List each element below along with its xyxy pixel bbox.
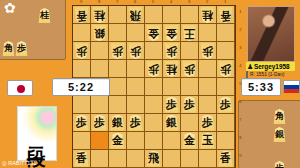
gote-hand-piece-歩[interactable]: 歩 bbox=[15, 41, 28, 56]
left-player-rank: 二段 bbox=[24, 133, 50, 135]
square-8f[interactable] bbox=[91, 96, 109, 114]
square-5a[interactable] bbox=[145, 6, 163, 24]
piece-歩-4c[interactable]: 歩 bbox=[164, 43, 179, 59]
gote-hand-piece-角[interactable]: 角 bbox=[2, 41, 15, 56]
square-6e[interactable] bbox=[127, 78, 145, 96]
square-2f[interactable] bbox=[199, 96, 217, 114]
piece-銀-7g[interactable]: 銀 bbox=[110, 115, 125, 131]
square-6a[interactable]: 飛 bbox=[127, 6, 145, 24]
file-label-4: 4 bbox=[167, 0, 176, 4]
square-9f[interactable] bbox=[73, 96, 91, 114]
square-1i[interactable]: 香 bbox=[217, 150, 235, 168]
square-1c[interactable] bbox=[217, 42, 235, 60]
gote-captured-tray: ✿ 桂角歩 bbox=[0, 0, 66, 60]
piece-香-9a[interactable]: 香 bbox=[74, 7, 89, 23]
square-8d[interactable] bbox=[91, 60, 109, 78]
right-player-name-bar[interactable]: ♟ Sergey1958 bbox=[246, 62, 295, 71]
left-player-clock: 5:22 bbox=[52, 78, 110, 96]
sente-hand-piece-角[interactable]: 角 bbox=[273, 109, 286, 124]
sente-hand-piece-歩[interactable]: 歩 bbox=[273, 161, 286, 168]
square-7e[interactable] bbox=[109, 78, 127, 96]
square-5f[interactable] bbox=[145, 96, 163, 114]
square-7g[interactable]: 銀 bbox=[109, 114, 127, 132]
piece-歩-1d[interactable]: 歩 bbox=[218, 61, 233, 77]
piece-玉-2h[interactable]: 玉 bbox=[200, 133, 215, 149]
piece-桂-4d[interactable]: 桂 bbox=[164, 61, 179, 77]
piece-歩-9g[interactable]: 歩 bbox=[74, 115, 89, 131]
square-1d[interactable]: 歩 bbox=[217, 60, 235, 78]
square-8g[interactable]: 歩 bbox=[91, 114, 109, 132]
right-player-name: Sergey1958 bbox=[254, 63, 290, 70]
flower-icon[interactable]: ✿ bbox=[4, 1, 16, 15]
square-6g[interactable]: 歩 bbox=[127, 114, 145, 132]
square-7i[interactable] bbox=[109, 150, 127, 168]
square-5c[interactable] bbox=[145, 42, 163, 60]
rank-label-5: 5 bbox=[233, 82, 242, 86]
rank-label-8: 8 bbox=[233, 136, 242, 140]
square-9a[interactable]: 香 bbox=[73, 6, 91, 24]
square-4g[interactable]: 銀 bbox=[163, 114, 181, 132]
square-5b[interactable]: 金 bbox=[145, 24, 163, 42]
square-7f[interactable] bbox=[109, 96, 127, 114]
square-2g[interactable]: 歩 bbox=[199, 114, 217, 132]
piece-歩-8g[interactable]: 歩 bbox=[92, 115, 107, 131]
square-8i[interactable] bbox=[91, 150, 109, 168]
square-6f[interactable] bbox=[127, 96, 145, 114]
square-2i[interactable] bbox=[199, 150, 217, 168]
piece-桂-8a[interactable]: 桂 bbox=[92, 7, 107, 23]
square-2b[interactable] bbox=[199, 24, 217, 42]
square-5h[interactable] bbox=[145, 132, 163, 150]
square-2c[interactable]: 歩 bbox=[199, 42, 217, 60]
square-6i[interactable] bbox=[127, 150, 145, 168]
pawn-icon: ♟ bbox=[247, 63, 253, 70]
file-label-1: 1 bbox=[221, 0, 230, 4]
square-6b[interactable] bbox=[127, 24, 145, 42]
rank-label-6: 6 bbox=[233, 100, 242, 104]
piece-桂-2a[interactable]: 桂 bbox=[200, 7, 215, 23]
square-4b[interactable]: 金 bbox=[163, 24, 181, 42]
square-4d[interactable]: 桂 bbox=[163, 60, 181, 78]
piece-飛-5i[interactable]: 飛 bbox=[146, 151, 161, 167]
square-9i[interactable]: 香 bbox=[73, 150, 91, 168]
piece-歩-9c[interactable]: 歩 bbox=[74, 43, 89, 59]
square-3f[interactable]: 歩 bbox=[181, 96, 199, 114]
file-label-6: 6 bbox=[131, 0, 140, 4]
piece-金-7h[interactable]: 金 bbox=[110, 133, 125, 149]
piece-銀-8b[interactable]: 銀 bbox=[92, 25, 107, 41]
right-player-clock: 5:33 bbox=[241, 78, 281, 96]
rank-label-4: 4 bbox=[233, 64, 242, 68]
square-7d[interactable] bbox=[109, 60, 127, 78]
rank-label-2: 2 bbox=[233, 28, 242, 32]
left-player-rank-card[interactable]: 二段 bbox=[17, 106, 57, 161]
russia-flag-icon bbox=[283, 80, 300, 93]
square-3d[interactable]: 歩 bbox=[181, 60, 199, 78]
square-8b[interactable]: 銀 bbox=[91, 24, 109, 42]
piece-香-9i[interactable]: 香 bbox=[74, 151, 89, 167]
square-1a[interactable]: 香 bbox=[217, 6, 235, 24]
square-5i[interactable]: 飛 bbox=[145, 150, 163, 168]
square-6h[interactable] bbox=[127, 132, 145, 150]
square-7c[interactable]: 歩 bbox=[109, 42, 127, 60]
piece-香-1i[interactable]: 香 bbox=[218, 151, 233, 167]
square-9h[interactable] bbox=[73, 132, 91, 150]
square-9b[interactable] bbox=[73, 24, 91, 42]
piece-歩-1f[interactable]: 歩 bbox=[218, 97, 233, 113]
rank-label-7: 7 bbox=[233, 118, 242, 122]
piece-歩-4f[interactable]: 歩 bbox=[164, 97, 179, 113]
japan-flag-icon bbox=[7, 80, 33, 96]
square-7h[interactable]: 金 bbox=[109, 132, 127, 150]
square-5g[interactable] bbox=[145, 114, 163, 132]
square-1h[interactable] bbox=[217, 132, 235, 150]
file-label-9: 9 bbox=[77, 0, 86, 4]
square-3b[interactable]: 王 bbox=[181, 24, 199, 42]
square-7b[interactable] bbox=[109, 24, 127, 42]
rank-label-3: 3 bbox=[233, 46, 242, 50]
square-2d[interactable] bbox=[199, 60, 217, 78]
square-5e[interactable] bbox=[145, 78, 163, 96]
square-4c[interactable]: 歩 bbox=[163, 42, 181, 60]
square-1b[interactable] bbox=[217, 24, 235, 42]
square-3g[interactable] bbox=[181, 114, 199, 132]
square-8a[interactable]: 桂 bbox=[91, 6, 109, 24]
piece-歩-6c[interactable]: 歩 bbox=[128, 43, 143, 59]
piece-香-1a[interactable]: 香 bbox=[218, 7, 233, 23]
right-player-rating: R: 1551 (1-Dan) bbox=[250, 72, 284, 77]
square-1f[interactable]: 歩 bbox=[217, 96, 235, 114]
square-3e[interactable] bbox=[181, 78, 199, 96]
square-1g[interactable] bbox=[217, 114, 235, 132]
sente-captured-tray: 角銀歩 bbox=[238, 100, 300, 168]
right-player-rating-row: R: 1551 (1-Dan) bbox=[246, 71, 298, 78]
square-9c[interactable]: 歩 bbox=[73, 42, 91, 60]
piece-歩-6g[interactable]: 歩 bbox=[128, 115, 143, 131]
right-player-avatar[interactable] bbox=[247, 6, 295, 62]
square-4i[interactable] bbox=[163, 150, 181, 168]
piece-歩-7c[interactable]: 歩 bbox=[110, 43, 125, 59]
shogi-app: 香桂飛桂香銀金金王歩歩歩歩歩歩桂歩歩歩歩歩歩歩歩銀歩銀歩金金玉香飛香 ✿ 桂角歩… bbox=[0, 0, 300, 168]
square-3c[interactable] bbox=[181, 42, 199, 60]
square-6c[interactable]: 歩 bbox=[127, 42, 145, 60]
piece-飛-6a[interactable]: 飛 bbox=[128, 7, 143, 23]
square-6d[interactable] bbox=[127, 60, 145, 78]
rank-label-9: 9 bbox=[233, 154, 242, 158]
square-4a[interactable] bbox=[163, 6, 181, 24]
piece-金-3h[interactable]: 金 bbox=[182, 133, 197, 149]
square-3h[interactable]: 金 bbox=[181, 132, 199, 150]
file-label-2: 2 bbox=[203, 0, 212, 4]
piece-歩-2c[interactable]: 歩 bbox=[200, 43, 215, 59]
square-1e[interactable] bbox=[217, 78, 235, 96]
sente-hand-piece-銀[interactable]: 銀 bbox=[273, 127, 286, 142]
rating-flag-icon bbox=[246, 71, 248, 78]
square-5d[interactable]: 歩 bbox=[145, 60, 163, 78]
square-9d[interactable] bbox=[73, 60, 91, 78]
file-label-3: 3 bbox=[185, 0, 194, 4]
square-4h[interactable] bbox=[163, 132, 181, 150]
rank-label-1: 1 bbox=[233, 10, 242, 14]
square-7a[interactable] bbox=[109, 6, 127, 24]
square-4f[interactable]: 歩 bbox=[163, 96, 181, 114]
square-8h[interactable] bbox=[91, 132, 109, 150]
square-2e[interactable] bbox=[199, 78, 217, 96]
piece-歩-3d[interactable]: 歩 bbox=[182, 61, 197, 77]
square-4e[interactable] bbox=[163, 78, 181, 96]
square-3a[interactable] bbox=[181, 6, 199, 24]
piece-歩-3f[interactable]: 歩 bbox=[182, 97, 197, 113]
piece-銀-4g[interactable]: 銀 bbox=[164, 115, 179, 131]
piece-歩-5d[interactable]: 歩 bbox=[146, 61, 161, 77]
file-label-7: 7 bbox=[113, 0, 122, 4]
file-label-8: 8 bbox=[95, 0, 104, 4]
square-2h[interactable]: 玉 bbox=[199, 132, 217, 150]
piece-歩-2g[interactable]: 歩 bbox=[200, 115, 215, 131]
file-label-5: 5 bbox=[149, 0, 158, 4]
square-2a[interactable]: 桂 bbox=[199, 6, 217, 24]
square-9g[interactable]: 歩 bbox=[73, 114, 91, 132]
square-8c[interactable] bbox=[91, 42, 109, 60]
square-3i[interactable] bbox=[181, 150, 199, 168]
left-player-name: ◎ RABIT7131 bbox=[2, 160, 36, 166]
piece-金-4b[interactable]: 金 bbox=[164, 25, 179, 41]
piece-金-5b[interactable]: 金 bbox=[146, 25, 161, 41]
gote-hand-piece-桂[interactable]: 桂 bbox=[38, 8, 51, 23]
piece-王-3b[interactable]: 王 bbox=[182, 25, 197, 41]
